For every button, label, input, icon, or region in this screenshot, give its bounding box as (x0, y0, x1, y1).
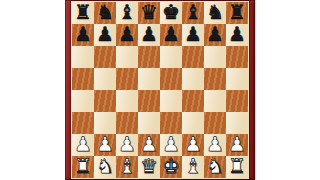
piece-white-pawn: ♟ (74, 134, 92, 155)
square-b8[interactable]: ♞ (94, 2, 116, 24)
square-b7[interactable]: ♟ (94, 24, 116, 46)
piece-white-pawn: ♟ (96, 134, 114, 155)
square-d1[interactable]: ♛ (138, 156, 160, 178)
square-f8[interactable]: ♝ (182, 2, 204, 24)
piece-white-pawn: ♟ (184, 134, 202, 155)
board-grid: ♜♞♝♛♚♝♞♜♟♟♟♟♟♟♟♟♟♟♟♟♟♟♟♟♜♞♝♛♚♝♞♜ (72, 2, 248, 178)
square-c4[interactable] (116, 90, 138, 112)
square-a3[interactable] (72, 112, 94, 134)
square-b5[interactable] (94, 68, 116, 90)
square-d8[interactable]: ♛ (138, 2, 160, 24)
square-e3[interactable] (160, 112, 182, 134)
chess-app-canvas: ♜♞♝♛♚♝♞♜♟♟♟♟♟♟♟♟♟♟♟♟♟♟♟♟♜♞♝♛♚♝♞♜ (0, 0, 320, 180)
square-h1[interactable]: ♜ (226, 156, 248, 178)
piece-white-rook: ♜ (74, 156, 92, 177)
square-g4[interactable] (204, 90, 226, 112)
square-a5[interactable] (72, 68, 94, 90)
piece-black-knight: ♞ (206, 2, 224, 23)
square-a1[interactable]: ♜ (72, 156, 94, 178)
square-g1[interactable]: ♞ (204, 156, 226, 178)
piece-black-pawn: ♟ (184, 24, 202, 45)
piece-white-bishop: ♝ (118, 156, 136, 177)
square-b4[interactable] (94, 90, 116, 112)
piece-black-pawn: ♟ (162, 24, 180, 45)
piece-black-bishop: ♝ (118, 2, 136, 23)
piece-black-pawn: ♟ (206, 24, 224, 45)
square-e2[interactable]: ♟ (160, 134, 182, 156)
square-f5[interactable] (182, 68, 204, 90)
square-h6[interactable] (226, 46, 248, 68)
piece-black-pawn: ♟ (74, 24, 92, 45)
piece-white-knight: ♞ (96, 156, 114, 177)
piece-black-pawn: ♟ (140, 24, 158, 45)
square-f1[interactable]: ♝ (182, 156, 204, 178)
square-b6[interactable] (94, 46, 116, 68)
piece-white-pawn: ♟ (140, 134, 158, 155)
square-f3[interactable] (182, 112, 204, 134)
chess-board-frame: ♜♞♝♛♚♝♞♜♟♟♟♟♟♟♟♟♟♟♟♟♟♟♟♟♜♞♝♛♚♝♞♜ (65, 0, 255, 180)
square-b1[interactable]: ♞ (94, 156, 116, 178)
square-h7[interactable]: ♟ (226, 24, 248, 46)
piece-black-pawn: ♟ (228, 24, 246, 45)
square-c7[interactable]: ♟ (116, 24, 138, 46)
square-e7[interactable]: ♟ (160, 24, 182, 46)
square-e4[interactable] (160, 90, 182, 112)
square-d7[interactable]: ♟ (138, 24, 160, 46)
chess-board: ♜♞♝♛♚♝♞♜♟♟♟♟♟♟♟♟♟♟♟♟♟♟♟♟♜♞♝♛♚♝♞♜ (71, 1, 249, 179)
piece-white-rook: ♜ (228, 156, 246, 177)
piece-black-pawn: ♟ (118, 24, 136, 45)
piece-white-queen: ♛ (140, 156, 158, 177)
square-d5[interactable] (138, 68, 160, 90)
square-c3[interactable] (116, 112, 138, 134)
square-h2[interactable]: ♟ (226, 134, 248, 156)
square-g6[interactable] (204, 46, 226, 68)
square-f6[interactable] (182, 46, 204, 68)
square-h3[interactable] (226, 112, 248, 134)
square-g8[interactable]: ♞ (204, 2, 226, 24)
square-d3[interactable] (138, 112, 160, 134)
piece-white-king: ♚ (162, 156, 180, 177)
square-c5[interactable] (116, 68, 138, 90)
piece-black-queen: ♛ (140, 2, 158, 23)
piece-white-bishop: ♝ (184, 156, 202, 177)
square-f7[interactable]: ♟ (182, 24, 204, 46)
square-h8[interactable]: ♜ (226, 2, 248, 24)
square-e5[interactable] (160, 68, 182, 90)
square-d2[interactable]: ♟ (138, 134, 160, 156)
square-h5[interactable] (226, 68, 248, 90)
square-f4[interactable] (182, 90, 204, 112)
piece-black-knight: ♞ (96, 2, 114, 23)
square-c6[interactable] (116, 46, 138, 68)
square-h4[interactable] (226, 90, 248, 112)
piece-white-pawn: ♟ (118, 134, 136, 155)
square-g3[interactable] (204, 112, 226, 134)
square-b2[interactable]: ♟ (94, 134, 116, 156)
piece-black-rook: ♜ (74, 2, 92, 23)
square-d4[interactable] (138, 90, 160, 112)
piece-black-king: ♚ (162, 2, 180, 23)
square-e6[interactable] (160, 46, 182, 68)
square-e8[interactable]: ♚ (160, 2, 182, 24)
square-d6[interactable] (138, 46, 160, 68)
piece-white-pawn: ♟ (162, 134, 180, 155)
square-a7[interactable]: ♟ (72, 24, 94, 46)
square-b3[interactable] (94, 112, 116, 134)
square-c8[interactable]: ♝ (116, 2, 138, 24)
piece-black-bishop: ♝ (184, 2, 202, 23)
piece-black-pawn: ♟ (96, 24, 114, 45)
square-a8[interactable]: ♜ (72, 2, 94, 24)
piece-white-knight: ♞ (206, 156, 224, 177)
square-g5[interactable] (204, 68, 226, 90)
piece-white-pawn: ♟ (228, 134, 246, 155)
piece-white-pawn: ♟ (206, 134, 224, 155)
square-g7[interactable]: ♟ (204, 24, 226, 46)
square-e1[interactable]: ♚ (160, 156, 182, 178)
square-a4[interactable] (72, 90, 94, 112)
square-c1[interactable]: ♝ (116, 156, 138, 178)
square-a6[interactable] (72, 46, 94, 68)
square-f2[interactable]: ♟ (182, 134, 204, 156)
piece-black-rook: ♜ (228, 2, 246, 23)
square-g2[interactable]: ♟ (204, 134, 226, 156)
square-c2[interactable]: ♟ (116, 134, 138, 156)
square-a2[interactable]: ♟ (72, 134, 94, 156)
